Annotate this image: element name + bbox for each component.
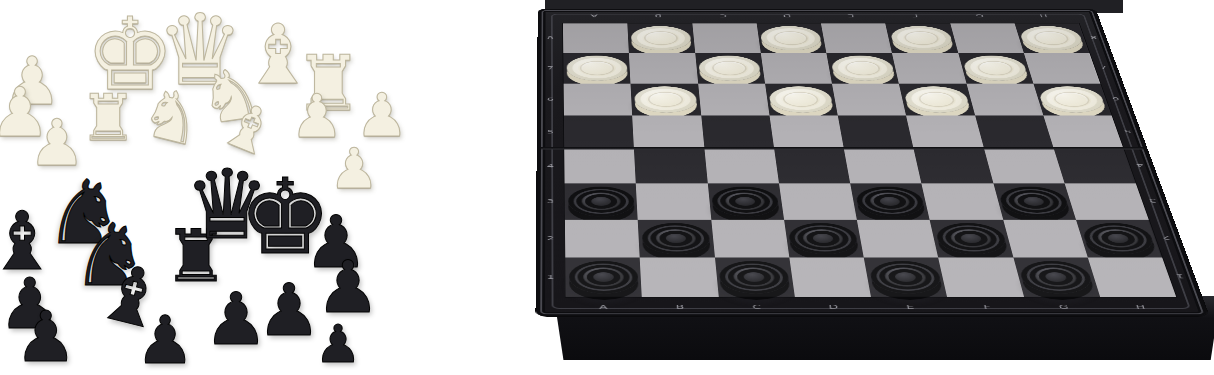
coord-label-3: 3	[541, 183, 561, 219]
square-g3	[993, 183, 1076, 219]
coord-label-f: F	[882, 12, 948, 20]
white-checker-h6	[1037, 86, 1107, 112]
black-checker-a1	[569, 261, 639, 294]
square-h2	[1076, 220, 1162, 258]
square-g4	[984, 149, 1065, 184]
coord-label-6: 6	[541, 83, 560, 115]
white-checker-h8	[1018, 26, 1085, 50]
square-f7	[892, 53, 966, 84]
coord-label-g: G	[946, 12, 1013, 20]
square-c3	[707, 183, 783, 219]
square-a3	[565, 183, 638, 219]
white-checker-b6	[634, 86, 698, 112]
square-b3	[636, 183, 711, 219]
square-f8	[885, 23, 957, 52]
board-grid	[562, 23, 1177, 297]
chess-pieces-pile: ♟♟♟♚♜♛♞♞♝♝♜♟♟♟♝♞♞♜♛♚♝♟♟♟♟♟♟♟♟	[0, 0, 470, 375]
product-photo: ♟♟♟♚♜♛♞♞♝♝♜♟♟♟♝♞♞♜♛♚♝♟♟♟♟♟♟♟♟ 87654321 8…	[0, 0, 1214, 375]
square-h8	[1014, 23, 1089, 52]
white-checker-b8	[631, 26, 692, 50]
square-d5	[769, 115, 844, 148]
checkers-board: 87654321 87654321 ABCDEFGH ABCDEFGH	[535, 9, 1209, 317]
square-h1	[1088, 257, 1177, 297]
square-e5	[838, 115, 914, 148]
chess-piece-black-pawn: ♟	[135, 308, 194, 374]
board-fold-seam	[541, 147, 1144, 150]
square-a5	[564, 115, 634, 148]
rank-labels-left: 87654321	[540, 23, 561, 296]
board-plane: 87654321 87654321 ABCDEFGH ABCDEFGH	[535, 9, 1209, 317]
black-checker-g3	[997, 187, 1071, 217]
white-checker-d8	[760, 26, 823, 50]
square-e6	[832, 84, 906, 116]
square-d6	[765, 84, 838, 116]
square-b7	[629, 53, 698, 84]
coord-label-a: A	[562, 12, 626, 20]
file-labels-bottom: ABCDEFGH	[565, 301, 1181, 313]
chess-piece-black-pawn: ♟	[257, 274, 322, 346]
coord-label-e: E	[818, 12, 884, 20]
square-c1	[715, 257, 795, 297]
square-g7	[958, 53, 1033, 84]
square-e1	[864, 257, 948, 297]
chess-piece-white-rook: ♜	[79, 86, 136, 150]
chess-piece-black-pawn: ♟	[316, 251, 381, 323]
square-g1	[1013, 257, 1100, 297]
square-e4	[844, 149, 922, 184]
square-f1	[938, 257, 1023, 297]
white-checker-c7	[698, 56, 761, 81]
square-f6	[899, 84, 975, 116]
square-b4	[634, 149, 707, 184]
square-g5	[975, 115, 1054, 148]
square-c7	[695, 53, 765, 84]
square-g2	[1003, 220, 1088, 258]
square-e7	[826, 53, 899, 84]
coord-label-c: C	[718, 301, 796, 313]
square-b2	[638, 220, 715, 258]
square-d1	[789, 257, 871, 297]
square-e3	[850, 183, 930, 219]
square-g8	[950, 23, 1024, 52]
black-checker-f2	[934, 223, 1009, 254]
coord-label-g: G	[1024, 301, 1104, 313]
square-a2	[565, 220, 640, 258]
coord-label-b: B	[641, 301, 719, 313]
square-c8	[692, 23, 761, 52]
square-h7	[1024, 53, 1101, 84]
coord-label-8: 8	[541, 23, 559, 52]
square-d2	[784, 220, 864, 258]
square-b6	[631, 84, 701, 116]
square-a4	[564, 149, 636, 184]
square-f2	[930, 220, 1013, 258]
square-e2	[857, 220, 939, 258]
square-g6	[966, 84, 1043, 116]
square-h5	[1043, 115, 1123, 148]
coord-label-h: H	[1100, 301, 1181, 313]
coord-label-d: D	[754, 12, 819, 20]
square-c4	[704, 149, 779, 184]
coord-label-5: 5	[541, 115, 560, 148]
chess-piece-white-pawn: ♟	[329, 141, 379, 197]
square-e8	[821, 23, 892, 52]
square-f4	[914, 149, 993, 184]
black-checker-a3	[568, 187, 635, 217]
square-d3	[779, 183, 857, 219]
white-checker-f8	[889, 26, 954, 50]
chess-piece-black-pawn: ♟	[315, 318, 362, 370]
coord-label-f: F	[947, 301, 1027, 313]
square-a1	[565, 257, 642, 297]
square-h6	[1033, 84, 1111, 116]
white-checker-e7	[830, 56, 896, 81]
coord-label-4: 4	[541, 148, 560, 183]
white-checker-g7	[962, 56, 1030, 81]
coord-label-2: 2	[540, 219, 560, 257]
square-a8	[563, 23, 629, 52]
coord-label-h: H	[1010, 12, 1077, 20]
coord-label-c: C	[690, 12, 755, 20]
square-h3	[1064, 183, 1148, 219]
coord-label-b: B	[626, 12, 691, 20]
square-c2	[711, 220, 789, 258]
black-checker-e3	[854, 187, 926, 217]
square-b1	[640, 257, 718, 297]
coord-label-e: E	[871, 301, 950, 313]
white-checker-f6	[903, 86, 971, 112]
coord-label-a: A	[565, 301, 642, 313]
black-checker-c1	[718, 261, 791, 294]
chess-piece-black-pawn: ♟	[15, 302, 78, 372]
black-checker-e1	[868, 261, 943, 294]
black-checker-c3	[711, 187, 780, 217]
file-labels-top: ABCDEFGH	[562, 12, 1077, 20]
coord-label-1: 1	[540, 257, 561, 297]
square-f5	[906, 115, 983, 148]
square-d8	[756, 23, 826, 52]
white-checker-a7	[566, 56, 627, 81]
square-c5	[701, 115, 774, 148]
black-checker-d2	[788, 223, 860, 254]
square-d4	[774, 149, 850, 184]
black-checker-g1	[1017, 261, 1095, 294]
square-c6	[698, 84, 770, 116]
white-checker-d6	[768, 86, 834, 112]
square-h4	[1054, 149, 1136, 184]
coord-label-7: 7	[541, 53, 559, 84]
square-d7	[761, 53, 832, 84]
square-a6	[564, 84, 633, 116]
square-f3	[922, 183, 1003, 219]
square-a7	[563, 53, 630, 84]
black-checker-h2	[1080, 223, 1158, 254]
coord-label-d: D	[794, 301, 873, 313]
square-b8	[627, 23, 694, 52]
square-b5	[632, 115, 704, 148]
black-checker-b2	[641, 223, 711, 254]
